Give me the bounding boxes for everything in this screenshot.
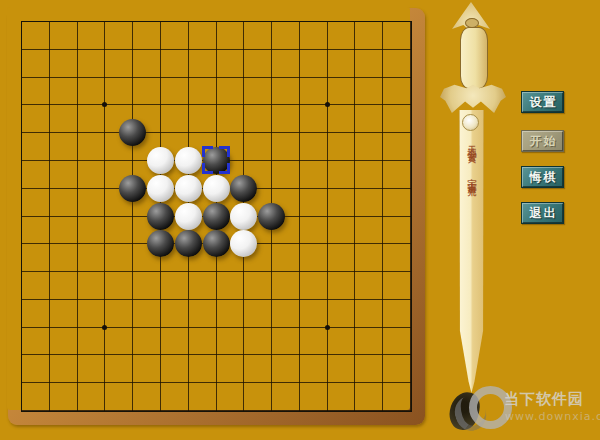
black-stone [230,175,257,202]
black-stone [147,203,174,230]
black-stone [258,203,285,230]
star-point [325,325,330,330]
sword-guard [440,84,506,113]
sword-inscription-line1: 天地玄黄 [463,138,480,150]
white-stone [203,175,230,202]
undo-move-button[interactable]: 悔棋 [521,166,564,188]
start-button[interactable]: 开始 [521,130,564,152]
last-move-marker [202,146,230,174]
white-stone [175,203,202,230]
black-stone [119,175,146,202]
black-stone [175,230,202,257]
white-stone [147,175,174,202]
white-stone [175,147,202,174]
white-stone [147,147,174,174]
sword-inscription: 天地玄黄 宇宙洪荒 [463,138,480,263]
black-stone [203,230,230,257]
sword-grip [460,27,488,89]
black-stone [203,203,230,230]
settings-button[interactable]: 设置 [521,91,564,113]
watermark-url-text: www.downxia.com [505,410,600,423]
black-stone [147,230,174,257]
exit-button[interactable]: 退出 [521,202,564,224]
sword-pearl [462,114,479,131]
watermark-brand-text: 当下软件园 [504,390,584,409]
white-stone [175,175,202,202]
sword-inscription-line2: 宇宙洪荒 [463,171,480,183]
gomoku-app-window: 天地玄黄 宇宙洪荒 设置 开始 悔棋 退出 当下软件园 www.downxia.… [0,0,600,440]
white-stone [230,203,257,230]
